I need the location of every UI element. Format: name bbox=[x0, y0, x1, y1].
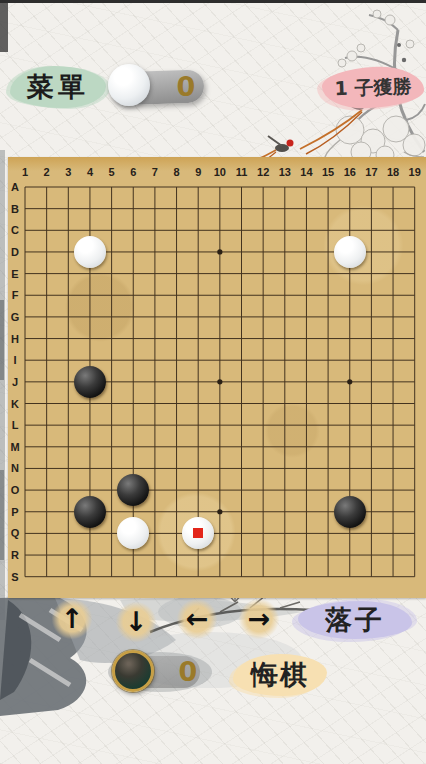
blossom-cluster bbox=[338, 10, 414, 67]
stone-white bbox=[74, 236, 106, 268]
stone-black bbox=[117, 474, 149, 506]
stone-black bbox=[74, 496, 106, 528]
white-stone-icon bbox=[108, 64, 150, 106]
win-condition-badge: 1 子獲勝 bbox=[321, 65, 424, 110]
arrow-down-button[interactable]: ↓ bbox=[116, 602, 156, 642]
app-screen: 菜單 0 1 子獲勝 12345678910111213141516171819… bbox=[0, 0, 426, 764]
board-cell-Q6 bbox=[122, 522, 144, 544]
last-move-marker bbox=[193, 528, 203, 538]
go-board[interactable]: 12345678910111213141516171819ABCDEFGHIJK… bbox=[8, 157, 426, 598]
black-stone-icon bbox=[112, 650, 154, 692]
screen-top-edge bbox=[0, 0, 426, 3]
arrow-left-button[interactable]: ← bbox=[177, 599, 217, 639]
board-grid[interactable] bbox=[14, 176, 425, 587]
arrow-right-button[interactable]: → bbox=[239, 599, 279, 639]
stone-black bbox=[334, 496, 366, 528]
black-captures-counter: 0 bbox=[112, 650, 212, 696]
stone-white bbox=[182, 517, 214, 549]
stone-white bbox=[334, 236, 366, 268]
white-captures-value: 0 bbox=[164, 70, 208, 104]
stone-white bbox=[117, 517, 149, 549]
board-cell-O6 bbox=[122, 479, 144, 501]
board-cell-P16 bbox=[339, 501, 361, 523]
white-captures-counter: 0 bbox=[108, 64, 208, 110]
stone-black bbox=[74, 366, 106, 398]
board-cell-P4 bbox=[79, 501, 101, 523]
arrow-up-button[interactable]: ↑ bbox=[52, 599, 92, 639]
menu-button[interactable]: 菜單 bbox=[10, 66, 106, 108]
black-captures-value: 0 bbox=[168, 655, 208, 689]
board-cell-Q9 bbox=[187, 522, 209, 544]
place-stone-button[interactable]: 落子 bbox=[298, 601, 412, 639]
board-cell-D16 bbox=[339, 241, 361, 263]
board-cell-D4 bbox=[79, 241, 101, 263]
board-cell-J4 bbox=[79, 371, 101, 393]
undo-button[interactable]: 悔棋 bbox=[233, 654, 327, 696]
